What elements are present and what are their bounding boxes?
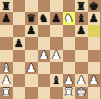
piece-black-pawn[interactable]: ♟ — [76, 25, 86, 36]
square-g7[interactable]: ♝ — [75, 12, 88, 24]
square-e1[interactable] — [50, 87, 63, 99]
chess-board: ♜♜♚♟♛♞♟♞♝♟♟♟♟♟♟♝♟♟♝♟♟♟♜♜♚ — [0, 0, 100, 99]
square-a4[interactable] — [0, 50, 13, 62]
piece-white-pawn[interactable]: ♟ — [64, 74, 74, 85]
piece-white-bishop[interactable]: ♝ — [1, 62, 11, 73]
square-f2[interactable]: ♟ — [63, 74, 76, 86]
square-f4[interactable] — [63, 50, 76, 62]
square-g8[interactable]: ♜ — [75, 0, 88, 12]
piece-black-bishop[interactable]: ♝ — [76, 13, 86, 24]
square-b5[interactable]: ♟ — [13, 37, 26, 49]
square-c4[interactable] — [25, 50, 38, 62]
square-b3[interactable] — [13, 62, 26, 74]
square-d3[interactable] — [38, 62, 51, 74]
square-d6[interactable] — [38, 25, 51, 37]
square-c5[interactable] — [25, 37, 38, 49]
piece-white-pawn[interactable]: ♟ — [39, 50, 49, 61]
piece-white-pawn[interactable]: ♟ — [51, 50, 61, 61]
piece-black-knight[interactable]: ♞ — [39, 13, 49, 24]
square-g3[interactable] — [75, 62, 88, 74]
square-g4[interactable] — [75, 50, 88, 62]
square-c3[interactable]: ♟ — [25, 62, 38, 74]
piece-white-rook[interactable]: ♜ — [1, 87, 11, 98]
square-b2[interactable] — [13, 74, 26, 86]
square-e4[interactable]: ♟ — [50, 50, 63, 62]
square-e8[interactable] — [50, 0, 63, 12]
square-e6[interactable] — [50, 25, 63, 37]
square-a5[interactable] — [0, 37, 13, 49]
square-h6[interactable] — [88, 25, 101, 37]
piece-white-knight[interactable]: ♞ — [64, 13, 74, 24]
piece-black-bishop[interactable]: ♝ — [51, 74, 61, 85]
piece-white-pawn[interactable]: ♟ — [89, 74, 99, 85]
piece-black-rook[interactable]: ♜ — [76, 0, 86, 11]
square-f8[interactable] — [63, 0, 76, 12]
piece-white-pawn[interactable]: ♟ — [1, 74, 11, 85]
square-h7[interactable]: ♟ — [88, 12, 101, 24]
square-e2[interactable]: ♝ — [50, 74, 63, 86]
square-c2[interactable] — [25, 74, 38, 86]
square-f1[interactable]: ♜ — [63, 87, 76, 99]
square-g1[interactable]: ♚ — [75, 87, 88, 99]
square-g6[interactable]: ♟ — [75, 25, 88, 37]
square-d7[interactable]: ♞ — [38, 12, 51, 24]
square-b4[interactable] — [13, 50, 26, 62]
square-a7[interactable]: ♟ — [0, 12, 13, 24]
piece-black-pawn[interactable]: ♟ — [26, 25, 36, 36]
piece-black-king[interactable]: ♚ — [89, 0, 99, 11]
square-c8[interactable] — [25, 0, 38, 12]
piece-white-pawn[interactable]: ♟ — [26, 62, 36, 73]
square-h2[interactable]: ♟ — [88, 74, 101, 86]
square-h8[interactable]: ♚ — [88, 0, 101, 12]
square-c1[interactable] — [25, 87, 38, 99]
piece-white-rook[interactable]: ♜ — [64, 87, 74, 98]
square-b8[interactable] — [13, 0, 26, 12]
square-d4[interactable]: ♟ — [38, 50, 51, 62]
square-h3[interactable] — [88, 62, 101, 74]
square-h4[interactable] — [88, 50, 101, 62]
square-a1[interactable]: ♜ — [0, 87, 13, 99]
square-b1[interactable] — [13, 87, 26, 99]
piece-black-pawn[interactable]: ♟ — [1, 13, 11, 24]
square-f3[interactable] — [63, 62, 76, 74]
square-d2[interactable] — [38, 74, 51, 86]
square-b6[interactable] — [13, 25, 26, 37]
square-f6[interactable] — [63, 25, 76, 37]
square-d1[interactable] — [38, 87, 51, 99]
square-g5[interactable] — [75, 37, 88, 49]
square-h1[interactable] — [88, 87, 101, 99]
piece-white-pawn[interactable]: ♟ — [76, 74, 86, 85]
square-c7[interactable]: ♛ — [25, 12, 38, 24]
piece-black-pawn[interactable]: ♟ — [89, 13, 99, 24]
square-a6[interactable] — [0, 25, 13, 37]
square-g2[interactable]: ♟ — [75, 74, 88, 86]
square-e7[interactable]: ♟ — [50, 12, 63, 24]
square-b7[interactable] — [13, 12, 26, 24]
square-a3[interactable]: ♝ — [0, 62, 13, 74]
square-h5[interactable] — [88, 37, 101, 49]
square-f5[interactable] — [63, 37, 76, 49]
square-c6[interactable]: ♟ — [25, 25, 38, 37]
piece-white-king[interactable]: ♚ — [76, 87, 86, 98]
piece-black-pawn[interactable]: ♟ — [14, 37, 24, 48]
piece-black-queen[interactable]: ♛ — [26, 13, 36, 24]
square-d5[interactable] — [38, 37, 51, 49]
piece-black-pawn[interactable]: ♟ — [51, 13, 61, 24]
square-e3[interactable] — [50, 62, 63, 74]
square-a8[interactable]: ♜ — [0, 0, 13, 12]
square-e5[interactable] — [50, 37, 63, 49]
piece-black-rook[interactable]: ♜ — [1, 0, 11, 11]
square-a2[interactable]: ♟ — [0, 74, 13, 86]
square-f7[interactable]: ♞ — [63, 12, 76, 24]
square-d8[interactable] — [38, 0, 51, 12]
